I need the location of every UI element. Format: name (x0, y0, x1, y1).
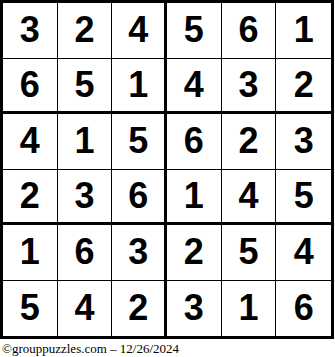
cell-r1c4: 5 (167, 3, 222, 59)
cell-r2c3: 1 (112, 59, 167, 115)
cell-r4c5: 4 (222, 170, 277, 226)
cell-r5c3: 3 (112, 225, 167, 281)
cell-r3c2: 1 (58, 114, 113, 170)
cell-r2c4: 4 (167, 59, 222, 115)
cell-r4c6: 5 (276, 170, 331, 226)
cell-r1c6: 1 (276, 3, 331, 59)
cell-r1c2: 2 (58, 3, 113, 59)
cell-r6c4: 3 (167, 281, 222, 337)
cell-r5c4: 2 (167, 225, 222, 281)
sudoku-board: 324561651432415623236145163254542316 (0, 0, 334, 339)
cell-r1c1: 3 (3, 3, 58, 59)
cell-r2c5: 3 (222, 59, 277, 115)
cell-r6c1: 5 (3, 281, 58, 337)
cell-r6c6: 6 (276, 281, 331, 337)
cell-r6c5: 1 (222, 281, 277, 337)
cell-r3c5: 2 (222, 114, 277, 170)
cell-r4c3: 6 (112, 170, 167, 226)
cell-r5c2: 6 (58, 225, 113, 281)
cell-r3c6: 3 (276, 114, 331, 170)
puzzle-page: 324561651432415623236145163254542316 ©gr… (0, 0, 335, 357)
cell-r5c6: 4 (276, 225, 331, 281)
cell-r1c3: 4 (112, 3, 167, 59)
copyright-footer: ©grouppuzzles.com – 12/26/2024 (2, 341, 179, 357)
cell-r3c4: 6 (167, 114, 222, 170)
cell-r2c1: 6 (3, 59, 58, 115)
cell-r5c1: 1 (3, 225, 58, 281)
cell-r2c6: 2 (276, 59, 331, 115)
cell-r4c1: 2 (3, 170, 58, 226)
cell-r3c1: 4 (3, 114, 58, 170)
cell-r6c3: 2 (112, 281, 167, 337)
cell-r3c3: 5 (112, 114, 167, 170)
cell-r6c2: 4 (58, 281, 113, 337)
cell-r2c2: 5 (58, 59, 113, 115)
cell-r5c5: 5 (222, 225, 277, 281)
cell-r4c2: 3 (58, 170, 113, 226)
cell-r1c5: 6 (222, 3, 277, 59)
cell-r4c4: 1 (167, 170, 222, 226)
